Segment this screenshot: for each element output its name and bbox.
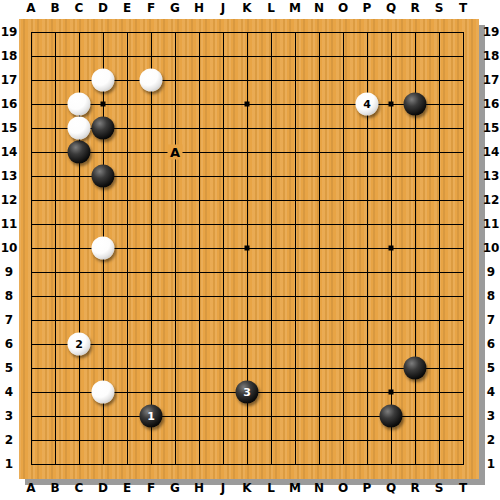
star-point-K10 (245, 246, 250, 251)
coordinate-label-bottom-A: A (26, 482, 35, 494)
coordinate-label-right-14: 14 (483, 146, 500, 158)
coordinate-label-left-1: 1 (5, 458, 13, 470)
coordinate-label-right-11: 11 (483, 218, 500, 230)
coordinate-label-top-B: B (50, 2, 59, 14)
coordinate-label-left-13: 13 (1, 170, 18, 182)
coordinate-label-bottom-C: C (75, 482, 84, 494)
coordinate-label-bottom-R: R (410, 482, 419, 494)
coordinate-label-top-O: O (338, 2, 348, 14)
coordinate-label-bottom-B: B (50, 482, 59, 494)
coordinate-label-bottom-D: D (98, 482, 108, 494)
coordinate-label-top-J: J (221, 2, 225, 14)
coordinate-label-right-19: 19 (483, 26, 500, 38)
coordinate-label-bottom-E: E (123, 482, 131, 494)
stone-white-D17 (92, 69, 115, 92)
coordinate-label-bottom-T: T (459, 482, 467, 494)
star-point-D16 (101, 102, 106, 107)
coordinate-label-left-8: 8 (5, 290, 13, 302)
coordinate-label-bottom-N: N (314, 482, 324, 494)
coordinate-label-right-16: 16 (483, 98, 500, 110)
coordinate-label-top-C: C (75, 2, 84, 14)
coordinate-label-left-5: 5 (5, 362, 13, 374)
coordinate-label-right-4: 4 (487, 386, 495, 398)
coordinate-label-left-10: 10 (1, 242, 18, 254)
coordinate-label-right-9: 9 (487, 266, 495, 278)
coordinate-label-bottom-O: O (338, 482, 348, 494)
coordinate-label-left-12: 12 (1, 194, 18, 206)
coordinate-label-left-4: 4 (5, 386, 13, 398)
coordinate-label-top-D: D (98, 2, 108, 14)
star-point-Q10 (389, 246, 394, 251)
coordinate-label-top-L: L (267, 2, 275, 14)
coordinate-label-bottom-J: J (221, 482, 225, 494)
stone-white-C6: 2 (68, 333, 91, 356)
coordinate-label-left-17: 17 (1, 74, 18, 86)
coordinate-label-left-14: 14 (1, 146, 18, 158)
stone-white-C16 (68, 93, 91, 116)
coordinate-label-top-M: M (289, 2, 301, 14)
coordinate-label-left-16: 16 (1, 98, 18, 110)
coordinate-label-right-6: 6 (487, 338, 495, 350)
coordinate-label-right-18: 18 (483, 50, 500, 62)
stone-white-P16: 4 (356, 93, 379, 116)
coordinate-label-top-Q: Q (386, 2, 396, 14)
stone-white-F17 (140, 69, 163, 92)
coordinate-label-top-S: S (435, 2, 444, 14)
coordinate-label-right-7: 7 (487, 314, 495, 326)
coordinate-label-bottom-F: F (147, 482, 155, 494)
coordinate-label-bottom-H: H (194, 482, 204, 494)
stone-black-C14 (68, 141, 91, 164)
coordinate-label-bottom-K: K (242, 482, 251, 494)
coordinate-label-top-F: F (147, 2, 155, 14)
stone-white-D4 (92, 381, 115, 404)
coordinate-label-bottom-P: P (363, 482, 372, 494)
star-point-K16 (245, 102, 250, 107)
coordinate-label-right-2: 2 (487, 434, 495, 446)
coordinate-label-top-K: K (242, 2, 251, 14)
coordinate-label-left-6: 6 (5, 338, 13, 350)
coordinate-label-left-18: 18 (1, 50, 18, 62)
coordinate-label-left-9: 9 (5, 266, 13, 278)
coordinate-label-right-3: 3 (487, 410, 495, 422)
coordinate-label-bottom-S: S (435, 482, 444, 494)
stone-white-D10 (92, 237, 115, 260)
stone-black-K4: 3 (236, 381, 259, 404)
stone-black-R5 (404, 357, 427, 380)
coordinate-label-bottom-Q: Q (386, 482, 396, 494)
star-point-Q4 (389, 390, 394, 395)
coordinate-label-top-P: P (363, 2, 372, 14)
annotation-A-G14: A (168, 145, 183, 160)
coordinate-label-right-8: 8 (487, 290, 495, 302)
coordinate-label-left-19: 19 (1, 26, 18, 38)
coordinate-label-top-E: E (123, 2, 131, 14)
coordinate-label-top-N: N (314, 2, 324, 14)
coordinate-label-right-13: 13 (483, 170, 500, 182)
stone-black-F3: 1 (140, 405, 163, 428)
coordinate-label-right-17: 17 (483, 74, 500, 86)
coordinate-label-top-T: T (459, 2, 467, 14)
coordinate-label-top-H: H (194, 2, 204, 14)
stone-black-Q3 (380, 405, 403, 428)
coordinate-label-left-11: 11 (1, 218, 18, 230)
coordinate-label-left-2: 2 (5, 434, 13, 446)
coordinate-label-right-5: 5 (487, 362, 495, 374)
coordinate-label-bottom-M: M (289, 482, 301, 494)
coordinate-label-right-10: 10 (483, 242, 500, 254)
coordinate-label-left-7: 7 (5, 314, 13, 326)
coordinate-label-top-R: R (410, 2, 419, 14)
coordinate-label-bottom-G: G (170, 482, 180, 494)
coordinate-label-left-3: 3 (5, 410, 13, 422)
coordinate-label-bottom-L: L (267, 482, 275, 494)
stone-black-R16 (404, 93, 427, 116)
stone-black-D15 (92, 117, 115, 140)
go-board-diagram: AABBCCDDEEFFGGHHJJKKLLMMNNOOPPQQRRSSTT19… (0, 0, 500, 500)
stone-black-D13 (92, 165, 115, 188)
coordinate-label-right-12: 12 (483, 194, 500, 206)
coordinate-label-right-1: 1 (487, 458, 495, 470)
coordinate-label-left-15: 15 (1, 122, 18, 134)
star-point-Q16 (389, 102, 394, 107)
stone-white-C15 (68, 117, 91, 140)
coordinate-label-top-G: G (170, 2, 180, 14)
coordinate-label-right-15: 15 (483, 122, 500, 134)
coordinate-label-top-A: A (26, 2, 35, 14)
